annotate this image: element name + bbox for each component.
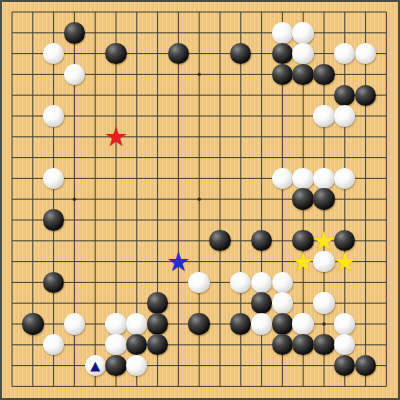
board-point[interactable] xyxy=(126,85,147,106)
board-point[interactable] xyxy=(147,85,168,106)
board-point[interactable] xyxy=(85,2,106,23)
board-point[interactable] xyxy=(355,355,376,376)
board-point[interactable] xyxy=(376,314,397,335)
board-point[interactable] xyxy=(376,64,397,85)
board-point[interactable] xyxy=(251,2,272,23)
board-point[interactable] xyxy=(22,210,43,231)
board-point[interactable] xyxy=(43,168,64,189)
board-point[interactable] xyxy=(314,2,335,23)
board-point[interactable]: ▲ xyxy=(85,355,106,376)
board-point[interactable] xyxy=(168,376,189,397)
board-point[interactable] xyxy=(314,355,335,376)
board-point[interactable]: ★ xyxy=(168,251,189,272)
board-point[interactable] xyxy=(147,64,168,85)
board-point[interactable] xyxy=(2,251,23,272)
board-point[interactable] xyxy=(168,2,189,23)
board-point[interactable] xyxy=(376,355,397,376)
board-point[interactable] xyxy=(376,293,397,314)
board-point[interactable] xyxy=(147,230,168,251)
board-point[interactable] xyxy=(230,210,251,231)
board-point[interactable] xyxy=(147,126,168,147)
board-point[interactable] xyxy=(314,251,335,272)
board-point[interactable] xyxy=(272,85,293,106)
board-point[interactable] xyxy=(189,376,210,397)
board-point[interactable] xyxy=(272,189,293,210)
board-point[interactable] xyxy=(376,376,397,397)
board-point[interactable] xyxy=(293,22,314,43)
board-point[interactable] xyxy=(2,168,23,189)
board-point[interactable] xyxy=(22,376,43,397)
board-point[interactable] xyxy=(272,376,293,397)
board-point[interactable] xyxy=(168,210,189,231)
board-point[interactable] xyxy=(43,85,64,106)
board-point[interactable] xyxy=(22,22,43,43)
board-point[interactable] xyxy=(334,126,355,147)
board-point[interactable] xyxy=(314,43,335,64)
board-point[interactable] xyxy=(376,147,397,168)
board-point[interactable] xyxy=(230,22,251,43)
board-point[interactable] xyxy=(210,272,231,293)
board-point[interactable] xyxy=(272,147,293,168)
board-point[interactable] xyxy=(314,210,335,231)
board-point[interactable] xyxy=(314,168,335,189)
board-point[interactable] xyxy=(106,2,127,23)
board-point[interactable] xyxy=(22,106,43,127)
board-point[interactable] xyxy=(272,355,293,376)
board-point[interactable] xyxy=(355,106,376,127)
board-point[interactable] xyxy=(210,189,231,210)
board-point[interactable] xyxy=(85,293,106,314)
board-point[interactable] xyxy=(376,22,397,43)
board-point[interactable] xyxy=(334,64,355,85)
board-point[interactable] xyxy=(2,272,23,293)
board-point[interactable] xyxy=(230,85,251,106)
board-point[interactable] xyxy=(126,230,147,251)
board-point[interactable] xyxy=(22,251,43,272)
board-point[interactable] xyxy=(314,189,335,210)
board-point[interactable] xyxy=(64,272,85,293)
board-point[interactable] xyxy=(2,210,23,231)
board-point[interactable] xyxy=(251,43,272,64)
board-point[interactable] xyxy=(334,147,355,168)
board-point[interactable] xyxy=(147,22,168,43)
board-point[interactable] xyxy=(334,106,355,127)
board-point[interactable] xyxy=(64,314,85,335)
board-point[interactable] xyxy=(314,293,335,314)
board-point[interactable] xyxy=(334,334,355,355)
board-point[interactable] xyxy=(189,314,210,335)
board-point[interactable] xyxy=(22,334,43,355)
board-point[interactable] xyxy=(106,355,127,376)
board-point[interactable] xyxy=(376,43,397,64)
board-point[interactable] xyxy=(43,106,64,127)
board-point[interactable] xyxy=(147,168,168,189)
board-point[interactable] xyxy=(334,272,355,293)
board-point[interactable] xyxy=(43,43,64,64)
board-point[interactable] xyxy=(293,210,314,231)
board-point[interactable] xyxy=(355,126,376,147)
board-point[interactable] xyxy=(355,2,376,23)
board-point[interactable] xyxy=(126,355,147,376)
board-point[interactable] xyxy=(272,106,293,127)
board-point[interactable] xyxy=(210,334,231,355)
board-point[interactable] xyxy=(43,251,64,272)
board-point[interactable] xyxy=(334,22,355,43)
board-point[interactable] xyxy=(85,126,106,147)
board-point[interactable] xyxy=(210,293,231,314)
board-point[interactable] xyxy=(189,293,210,314)
board-point[interactable] xyxy=(64,147,85,168)
board-point[interactable] xyxy=(43,355,64,376)
board-point[interactable] xyxy=(272,230,293,251)
board-point[interactable] xyxy=(334,230,355,251)
board-point[interactable] xyxy=(85,168,106,189)
board-point[interactable] xyxy=(106,43,127,64)
board-point[interactable] xyxy=(2,22,23,43)
board-point[interactable] xyxy=(210,210,231,231)
board-point[interactable] xyxy=(334,210,355,231)
board-point[interactable] xyxy=(43,210,64,231)
board-point[interactable] xyxy=(251,189,272,210)
board-point[interactable] xyxy=(64,64,85,85)
board-point[interactable] xyxy=(43,314,64,335)
board-point[interactable] xyxy=(64,376,85,397)
board-point[interactable] xyxy=(230,126,251,147)
board-point[interactable] xyxy=(293,85,314,106)
board-point[interactable] xyxy=(355,272,376,293)
board-point[interactable] xyxy=(210,168,231,189)
board-point[interactable] xyxy=(106,376,127,397)
board-point[interactable] xyxy=(251,272,272,293)
board-point[interactable] xyxy=(106,314,127,335)
board-point[interactable] xyxy=(376,230,397,251)
board-point[interactable] xyxy=(189,210,210,231)
board-point[interactable] xyxy=(189,168,210,189)
board-point[interactable] xyxy=(210,22,231,43)
board-point[interactable] xyxy=(376,106,397,127)
board-point[interactable] xyxy=(168,64,189,85)
board-point[interactable] xyxy=(293,189,314,210)
board-point[interactable] xyxy=(230,272,251,293)
board-point[interactable] xyxy=(293,64,314,85)
board-point[interactable] xyxy=(22,2,43,23)
board-point[interactable] xyxy=(355,147,376,168)
board-point[interactable]: ★ xyxy=(314,230,335,251)
board-point[interactable] xyxy=(22,43,43,64)
board-point[interactable] xyxy=(85,22,106,43)
board-point[interactable] xyxy=(147,376,168,397)
board-point[interactable] xyxy=(251,334,272,355)
board-point[interactable] xyxy=(230,106,251,127)
board-point[interactable] xyxy=(2,189,23,210)
board-point[interactable] xyxy=(376,251,397,272)
board-point[interactable] xyxy=(2,126,23,147)
board-point[interactable] xyxy=(106,272,127,293)
board-point[interactable] xyxy=(106,85,127,106)
board-point[interactable] xyxy=(85,147,106,168)
board-point[interactable] xyxy=(355,293,376,314)
board-point[interactable] xyxy=(251,106,272,127)
board-point[interactable] xyxy=(2,85,23,106)
board-point[interactable] xyxy=(2,334,23,355)
board-point[interactable] xyxy=(43,64,64,85)
board-point[interactable] xyxy=(189,147,210,168)
board-point[interactable] xyxy=(355,85,376,106)
board-point[interactable] xyxy=(43,22,64,43)
board-point[interactable] xyxy=(43,189,64,210)
board-point[interactable] xyxy=(210,251,231,272)
board-point[interactable] xyxy=(272,314,293,335)
board-point[interactable] xyxy=(22,85,43,106)
board-point[interactable] xyxy=(2,355,23,376)
board-point[interactable] xyxy=(272,64,293,85)
board-point[interactable] xyxy=(106,293,127,314)
board-point[interactable] xyxy=(106,230,127,251)
board-point[interactable] xyxy=(126,43,147,64)
board-point[interactable] xyxy=(168,355,189,376)
board-point[interactable] xyxy=(168,314,189,335)
board-point[interactable] xyxy=(210,85,231,106)
board-point[interactable] xyxy=(210,376,231,397)
board-point[interactable] xyxy=(2,314,23,335)
board-point[interactable] xyxy=(293,43,314,64)
board-point[interactable] xyxy=(189,230,210,251)
board-point[interactable] xyxy=(314,272,335,293)
board-point[interactable] xyxy=(355,314,376,335)
board-point[interactable] xyxy=(293,314,314,335)
board-point[interactable] xyxy=(230,355,251,376)
board-point[interactable] xyxy=(272,126,293,147)
board-point[interactable] xyxy=(314,314,335,335)
board-point[interactable] xyxy=(272,168,293,189)
board-point[interactable] xyxy=(168,272,189,293)
board-point[interactable] xyxy=(293,293,314,314)
board-point[interactable] xyxy=(230,293,251,314)
board-point[interactable] xyxy=(106,106,127,127)
board-point[interactable] xyxy=(314,376,335,397)
board-point[interactable] xyxy=(355,376,376,397)
board-point[interactable] xyxy=(189,2,210,23)
board-point[interactable] xyxy=(314,64,335,85)
board-point[interactable] xyxy=(85,43,106,64)
board-point[interactable] xyxy=(210,147,231,168)
board-point[interactable] xyxy=(22,314,43,335)
board-point[interactable] xyxy=(210,2,231,23)
board-point[interactable] xyxy=(85,106,106,127)
board-point[interactable] xyxy=(22,168,43,189)
board-point[interactable] xyxy=(85,376,106,397)
board-point[interactable] xyxy=(2,2,23,23)
board-point[interactable] xyxy=(64,230,85,251)
board-point[interactable] xyxy=(126,147,147,168)
board-point[interactable] xyxy=(126,293,147,314)
board-point[interactable] xyxy=(22,272,43,293)
board-point[interactable] xyxy=(2,147,23,168)
board-point[interactable] xyxy=(210,355,231,376)
board-point[interactable] xyxy=(147,355,168,376)
board-point[interactable] xyxy=(126,189,147,210)
board-point[interactable] xyxy=(251,376,272,397)
board-point[interactable] xyxy=(106,334,127,355)
board-point[interactable] xyxy=(376,272,397,293)
board-point[interactable] xyxy=(168,189,189,210)
board-point[interactable] xyxy=(64,293,85,314)
board-point[interactable] xyxy=(106,168,127,189)
board-point[interactable] xyxy=(210,106,231,127)
board-point[interactable] xyxy=(334,168,355,189)
board-point[interactable] xyxy=(147,251,168,272)
board-point[interactable] xyxy=(251,22,272,43)
board-point[interactable] xyxy=(355,189,376,210)
board-point[interactable] xyxy=(168,168,189,189)
board-point[interactable] xyxy=(147,2,168,23)
board-point[interactable] xyxy=(64,355,85,376)
board-point[interactable] xyxy=(147,272,168,293)
board-point[interactable] xyxy=(126,251,147,272)
board-point[interactable] xyxy=(355,334,376,355)
board-point[interactable] xyxy=(126,334,147,355)
board-point[interactable] xyxy=(147,147,168,168)
board-point[interactable] xyxy=(210,314,231,335)
board-point[interactable] xyxy=(106,22,127,43)
board-point[interactable] xyxy=(168,126,189,147)
board-point[interactable]: ★ xyxy=(334,251,355,272)
board-point[interactable] xyxy=(355,22,376,43)
board-point[interactable] xyxy=(230,168,251,189)
board-point[interactable] xyxy=(147,293,168,314)
board-point[interactable] xyxy=(2,106,23,127)
board-point[interactable] xyxy=(147,189,168,210)
board-point[interactable] xyxy=(147,334,168,355)
board-point[interactable] xyxy=(251,355,272,376)
board-point[interactable] xyxy=(251,293,272,314)
board-point[interactable] xyxy=(126,106,147,127)
board-point[interactable] xyxy=(230,64,251,85)
board-point[interactable] xyxy=(189,272,210,293)
board-point[interactable] xyxy=(355,251,376,272)
board-point[interactable] xyxy=(126,314,147,335)
board-point[interactable] xyxy=(22,147,43,168)
board-point[interactable] xyxy=(272,43,293,64)
board-point[interactable] xyxy=(189,85,210,106)
board-point[interactable] xyxy=(355,43,376,64)
board-point[interactable] xyxy=(126,22,147,43)
board-point[interactable] xyxy=(43,376,64,397)
board-point[interactable] xyxy=(126,64,147,85)
board-point[interactable] xyxy=(314,147,335,168)
board-point[interactable] xyxy=(64,251,85,272)
board-point[interactable] xyxy=(293,126,314,147)
board-point[interactable] xyxy=(22,126,43,147)
board-point[interactable] xyxy=(106,251,127,272)
board-point[interactable] xyxy=(272,22,293,43)
board-point[interactable] xyxy=(64,2,85,23)
board-point[interactable] xyxy=(272,272,293,293)
board-point[interactable] xyxy=(168,334,189,355)
board-point[interactable] xyxy=(314,22,335,43)
board-point[interactable] xyxy=(189,189,210,210)
board-point[interactable] xyxy=(106,189,127,210)
board-point[interactable] xyxy=(126,210,147,231)
board-point[interactable] xyxy=(64,168,85,189)
board-point[interactable] xyxy=(272,334,293,355)
board-point[interactable] xyxy=(251,314,272,335)
board-point[interactable] xyxy=(168,22,189,43)
board-point[interactable] xyxy=(334,376,355,397)
board-point[interactable] xyxy=(43,126,64,147)
board-point[interactable] xyxy=(64,126,85,147)
board-point[interactable] xyxy=(251,64,272,85)
board-point[interactable] xyxy=(251,168,272,189)
board-point[interactable] xyxy=(106,147,127,168)
board-point[interactable] xyxy=(168,230,189,251)
board-point[interactable] xyxy=(272,293,293,314)
board-point[interactable] xyxy=(230,43,251,64)
board-point[interactable] xyxy=(22,293,43,314)
board-point[interactable] xyxy=(272,251,293,272)
board-point[interactable] xyxy=(210,230,231,251)
board-point[interactable] xyxy=(293,168,314,189)
board-point[interactable] xyxy=(85,251,106,272)
board-point[interactable] xyxy=(43,293,64,314)
board-point[interactable] xyxy=(189,64,210,85)
board-point[interactable] xyxy=(376,126,397,147)
board-point[interactable] xyxy=(168,293,189,314)
board-point[interactable] xyxy=(85,64,106,85)
board-point[interactable] xyxy=(210,126,231,147)
board-point[interactable] xyxy=(272,210,293,231)
board-point[interactable] xyxy=(251,251,272,272)
board-point[interactable] xyxy=(230,334,251,355)
board-point[interactable] xyxy=(376,168,397,189)
board-point[interactable] xyxy=(230,2,251,23)
board-point[interactable] xyxy=(43,272,64,293)
board-point[interactable] xyxy=(293,355,314,376)
board-point[interactable] xyxy=(334,293,355,314)
go-board[interactable]: ★★★★★▲ xyxy=(2,2,397,397)
board-point[interactable] xyxy=(147,210,168,231)
board-point[interactable] xyxy=(22,355,43,376)
board-point[interactable] xyxy=(64,22,85,43)
board-point[interactable] xyxy=(2,43,23,64)
board-point[interactable] xyxy=(126,2,147,23)
board-point[interactable] xyxy=(43,147,64,168)
board-point[interactable] xyxy=(293,147,314,168)
board-point[interactable] xyxy=(147,314,168,335)
board-point[interactable] xyxy=(126,376,147,397)
board-point[interactable] xyxy=(189,43,210,64)
board-point[interactable] xyxy=(168,43,189,64)
board-point[interactable] xyxy=(230,230,251,251)
board-point[interactable] xyxy=(85,230,106,251)
board-point[interactable] xyxy=(2,64,23,85)
board-point[interactable] xyxy=(293,334,314,355)
board-point[interactable] xyxy=(293,272,314,293)
board-point[interactable] xyxy=(85,314,106,335)
board-point[interactable] xyxy=(230,251,251,272)
board-point[interactable] xyxy=(334,189,355,210)
board-point[interactable] xyxy=(126,272,147,293)
board-point[interactable] xyxy=(230,189,251,210)
board-point[interactable] xyxy=(22,64,43,85)
board-point[interactable] xyxy=(106,64,127,85)
board-point[interactable] xyxy=(2,376,23,397)
board-point[interactable] xyxy=(334,314,355,335)
board-point[interactable] xyxy=(85,272,106,293)
board-point[interactable] xyxy=(64,106,85,127)
board-point[interactable] xyxy=(2,293,23,314)
board-point[interactable] xyxy=(355,210,376,231)
